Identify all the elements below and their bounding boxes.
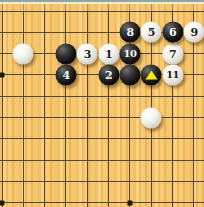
stone-white-J17[interactable]: 1: [98, 43, 119, 64]
stone-white-M16[interactable]: 11: [162, 64, 183, 85]
grid-vline: [65, 4, 66, 207]
stone-white-E17[interactable]: [13, 43, 34, 64]
stone-white-H17[interactable]: 3: [77, 43, 98, 64]
grid-hline: [0, 11, 204, 12]
grid-hline: [0, 202, 204, 203]
star-point-D10: [0, 200, 5, 205]
move-number-label: 7: [169, 48, 176, 59]
grid-hline: [0, 117, 204, 118]
grid-hline: [0, 96, 204, 97]
grid-hline: [0, 160, 204, 161]
grid-vline: [23, 4, 24, 207]
stone-black-G17[interactable]: [55, 43, 76, 64]
move-number-label: 6: [169, 27, 176, 38]
stone-white-N18[interactable]: 9: [183, 22, 204, 43]
move-number-label: 3: [84, 48, 91, 59]
go-app-screenshot: 3110785694211: [0, 0, 204, 207]
stone-black-M18[interactable]: 6: [162, 22, 183, 43]
stone-white-M17[interactable]: 7: [162, 43, 183, 64]
grid-hline: [0, 181, 204, 182]
window-top-edge-highlight: [0, 2, 204, 4]
stone-black-K17[interactable]: 10: [119, 43, 140, 64]
stone-black-K16[interactable]: [119, 64, 140, 85]
move-number-label: 1: [105, 48, 112, 59]
star-point-D16: [0, 72, 5, 77]
move-number-label: 2: [105, 69, 112, 80]
grid-vline: [108, 4, 109, 207]
stone-white-L18[interactable]: 5: [141, 22, 162, 43]
move-number-label: 10: [124, 49, 137, 59]
triangle-marker-icon: [145, 70, 157, 79]
stone-black-L16[interactable]: [141, 64, 162, 85]
move-number-label: 8: [126, 27, 133, 38]
grid-vline: [87, 4, 88, 207]
grid-vline: [2, 4, 3, 207]
stone-black-G16[interactable]: 4: [55, 64, 76, 85]
move-number-label: 11: [166, 70, 179, 80]
go-board[interactable]: 3110785694211: [0, 0, 204, 207]
stone-black-K18[interactable]: 8: [119, 22, 140, 43]
grid-vline: [44, 4, 45, 207]
stone-black-J16[interactable]: 2: [98, 64, 119, 85]
grid-hline: [0, 138, 204, 139]
move-number-label: 9: [190, 27, 197, 38]
move-number-label: 4: [62, 69, 69, 80]
move-number-label: 5: [148, 27, 155, 38]
star-point-K10: [127, 200, 132, 205]
stone-white-L14[interactable]: [141, 107, 162, 128]
